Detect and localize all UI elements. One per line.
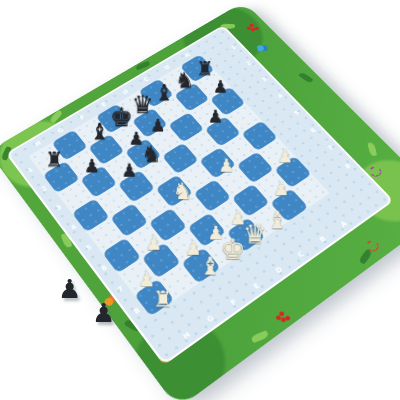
white-knight[interactable]: ♞ [169,176,196,203]
captured-pieces-area: ♟♟ [56,276,126,346]
coordinate-label: 5 [285,103,309,125]
leaf-icon [298,72,314,84]
coordinate-label: 3 [253,70,276,91]
coordinate-label: 4 [269,86,292,107]
captured-black-pawn[interactable]: ♟ [58,276,81,302]
butterfly-icon [257,44,269,52]
coordinate-label: A [330,213,358,235]
white-pawn[interactable]: ♟ [213,148,240,175]
berries-icon [245,22,260,34]
black-rook[interactable]: ♜ [41,144,68,171]
coordinate-label: H [172,323,202,348]
black-pawn[interactable]: ♟ [202,99,228,125]
berries-icon [273,309,291,326]
chess-set-photo: HGFEDCBA HGFEDCBA 12345678 12345678 ♜♝♚♛… [0,0,400,400]
black-pawn[interactable]: ♟ [116,153,143,180]
white-pawn[interactable]: ♟ [267,171,294,198]
white-rook[interactable]: ♜ [149,282,178,311]
red-flower-icon [368,242,377,250]
black-pawn[interactable]: ♟ [208,70,234,96]
captured-black-pawn[interactable]: ♟ [92,300,115,326]
purple-flower-icon [371,168,379,175]
coordinate-label: E [242,274,271,298]
leaf-icon [367,142,377,156]
leaf-icon [250,330,269,343]
white-pawn[interactable]: ♟ [139,225,167,253]
white-bishop[interactable]: ♝ [196,250,225,279]
coordinate-label: 1 [223,38,245,58]
black-pawn[interactable]: ♟ [78,148,105,175]
leaf-icon [358,249,373,265]
coordinate-label: 8 [336,155,361,179]
white-pawn[interactable]: ♟ [272,139,299,166]
black-bishop[interactable]: ♝ [86,117,112,143]
square-d4[interactable] [162,143,199,175]
